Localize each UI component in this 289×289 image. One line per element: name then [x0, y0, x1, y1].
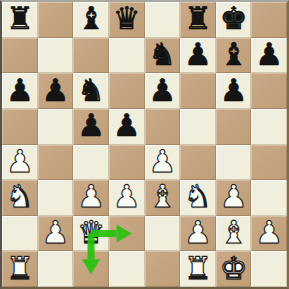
square-b7[interactable] — [38, 38, 74, 74]
square-f5[interactable] — [180, 109, 216, 145]
square-f2[interactable]: ♟ — [180, 216, 216, 252]
square-a2[interactable] — [2, 216, 38, 252]
piece-white-knight[interactable]: ♞ — [184, 181, 212, 212]
square-h7[interactable]: ♟ — [251, 38, 287, 74]
square-f3[interactable]: ♞ — [180, 180, 216, 216]
piece-white-pawn[interactable]: ♟ — [77, 181, 105, 212]
piece-white-king[interactable]: ♚ — [220, 253, 248, 284]
square-e6[interactable]: ♟ — [145, 73, 181, 109]
piece-white-rook[interactable]: ♜ — [6, 253, 34, 284]
square-b8[interactable] — [38, 2, 74, 38]
piece-black-pawn[interactable]: ♟ — [42, 75, 70, 106]
square-c7[interactable] — [73, 38, 109, 74]
square-f7[interactable]: ♟ — [180, 38, 216, 74]
piece-black-pawn[interactable]: ♟ — [113, 110, 141, 141]
square-g5[interactable] — [216, 109, 252, 145]
piece-white-pawn[interactable]: ♟ — [255, 217, 283, 248]
square-f1[interactable]: ♜ — [180, 251, 216, 287]
piece-black-king[interactable]: ♚ — [220, 3, 248, 34]
square-c3[interactable]: ♟ — [73, 180, 109, 216]
square-e8[interactable] — [145, 2, 181, 38]
square-h3[interactable] — [251, 180, 287, 216]
square-g3[interactable]: ♟ — [216, 180, 252, 216]
square-h1[interactable] — [251, 251, 287, 287]
chess-board-grid: ♜♝♛♜♚♞♟♝♟♟♟♞♟♟♟♟♟♟♞♟♟♝♞♟♟♛♟♝♟♜♜♚ — [2, 2, 287, 287]
piece-black-pawn[interactable]: ♟ — [6, 75, 34, 106]
piece-black-pawn[interactable]: ♟ — [148, 75, 176, 106]
piece-black-knight[interactable]: ♞ — [148, 39, 176, 70]
square-g1[interactable]: ♚ — [216, 251, 252, 287]
square-e5[interactable] — [145, 109, 181, 145]
piece-black-pawn[interactable]: ♟ — [184, 39, 212, 70]
square-a4[interactable]: ♟ — [2, 145, 38, 181]
piece-black-rook[interactable]: ♜ — [184, 3, 212, 34]
square-g2[interactable]: ♝ — [216, 216, 252, 252]
square-d6[interactable] — [109, 73, 145, 109]
square-e2[interactable] — [145, 216, 181, 252]
square-a7[interactable] — [2, 38, 38, 74]
square-c4[interactable] — [73, 145, 109, 181]
square-g8[interactable]: ♚ — [216, 2, 252, 38]
piece-white-bishop[interactable]: ♝ — [220, 217, 248, 248]
square-b4[interactable] — [38, 145, 74, 181]
square-e7[interactable]: ♞ — [145, 38, 181, 74]
piece-white-knight[interactable]: ♞ — [6, 181, 34, 212]
square-d2[interactable] — [109, 216, 145, 252]
piece-white-pawn[interactable]: ♟ — [6, 146, 34, 177]
square-e3[interactable]: ♝ — [145, 180, 181, 216]
piece-white-pawn[interactable]: ♟ — [148, 146, 176, 177]
square-g4[interactable] — [216, 145, 252, 181]
square-d8[interactable]: ♛ — [109, 2, 145, 38]
square-c2[interactable]: ♛ — [73, 216, 109, 252]
square-h2[interactable]: ♟ — [251, 216, 287, 252]
square-b2[interactable]: ♟ — [38, 216, 74, 252]
square-c8[interactable]: ♝ — [73, 2, 109, 38]
piece-black-bishop[interactable]: ♝ — [77, 3, 105, 34]
piece-black-pawn[interactable]: ♟ — [77, 110, 105, 141]
piece-black-pawn[interactable]: ♟ — [255, 39, 283, 70]
square-d3[interactable]: ♟ — [109, 180, 145, 216]
square-c1[interactable] — [73, 251, 109, 287]
square-g7[interactable]: ♝ — [216, 38, 252, 74]
square-a3[interactable]: ♞ — [2, 180, 38, 216]
square-f8[interactable]: ♜ — [180, 2, 216, 38]
piece-white-rook[interactable]: ♜ — [184, 253, 212, 284]
square-h8[interactable] — [251, 2, 287, 38]
piece-white-queen[interactable]: ♛ — [77, 217, 105, 248]
piece-black-queen[interactable]: ♛ — [113, 3, 141, 34]
square-b1[interactable] — [38, 251, 74, 287]
piece-white-pawn[interactable]: ♟ — [42, 217, 70, 248]
square-h6[interactable] — [251, 73, 287, 109]
piece-white-pawn[interactable]: ♟ — [220, 181, 248, 212]
square-b6[interactable]: ♟ — [38, 73, 74, 109]
square-d7[interactable] — [109, 38, 145, 74]
piece-white-pawn[interactable]: ♟ — [113, 181, 141, 212]
square-c5[interactable]: ♟ — [73, 109, 109, 145]
chess-board: ♜♝♛♜♚♞♟♝♟♟♟♞♟♟♟♟♟♟♞♟♟♝♞♟♟♛♟♝♟♜♜♚ — [0, 0, 289, 289]
square-g6[interactable]: ♟ — [216, 73, 252, 109]
piece-black-rook[interactable]: ♜ — [6, 3, 34, 34]
square-a1[interactable]: ♜ — [2, 251, 38, 287]
piece-black-knight[interactable]: ♞ — [77, 75, 105, 106]
square-h5[interactable] — [251, 109, 287, 145]
piece-black-pawn[interactable]: ♟ — [220, 75, 248, 106]
square-e4[interactable]: ♟ — [145, 145, 181, 181]
square-d1[interactable] — [109, 251, 145, 287]
square-e1[interactable] — [145, 251, 181, 287]
piece-black-bishop[interactable]: ♝ — [220, 39, 248, 70]
piece-white-pawn[interactable]: ♟ — [184, 217, 212, 248]
square-a8[interactable]: ♜ — [2, 2, 38, 38]
square-d4[interactable] — [109, 145, 145, 181]
square-a6[interactable]: ♟ — [2, 73, 38, 109]
square-f4[interactable] — [180, 145, 216, 181]
square-f6[interactable] — [180, 73, 216, 109]
square-h4[interactable] — [251, 145, 287, 181]
piece-white-bishop[interactable]: ♝ — [148, 181, 176, 212]
square-c6[interactable]: ♞ — [73, 73, 109, 109]
square-d5[interactable]: ♟ — [109, 109, 145, 145]
square-a5[interactable] — [2, 109, 38, 145]
square-b3[interactable] — [38, 180, 74, 216]
square-b5[interactable] — [38, 109, 74, 145]
